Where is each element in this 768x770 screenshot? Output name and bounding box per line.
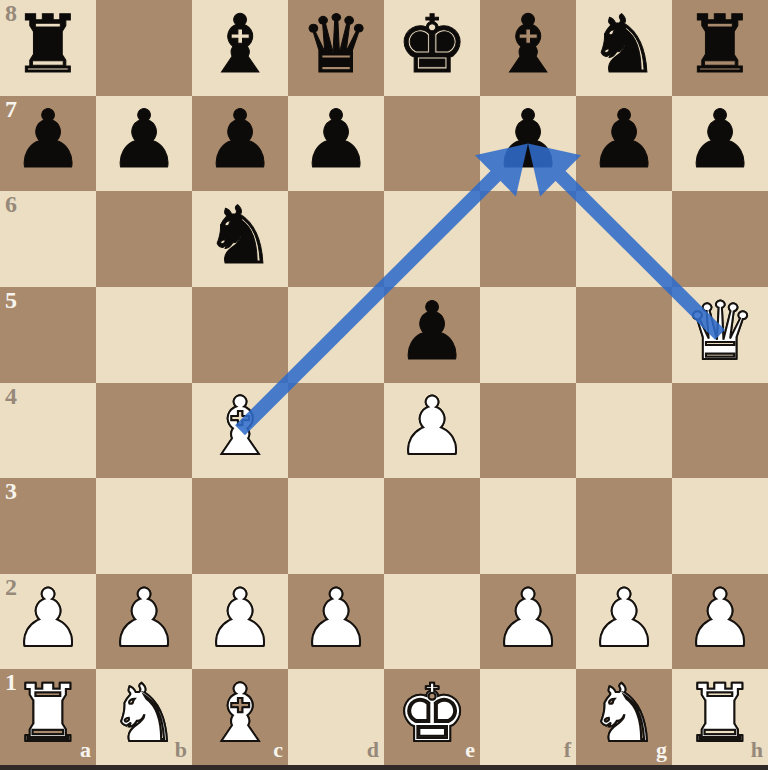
square-e3[interactable] [384,478,480,574]
black-knight[interactable]: ♞ [588,5,660,85]
square-f1[interactable]: f [480,669,576,765]
square-h6[interactable] [672,191,768,287]
black-pawn[interactable]: ♟ [492,100,564,180]
square-h1[interactable]: h♜ [672,669,768,765]
square-g1[interactable]: g♞ [576,669,672,765]
square-b1[interactable]: b♞ [96,669,192,765]
square-a5[interactable]: 5 [0,287,96,383]
white-rook[interactable]: ♜ [12,674,84,754]
square-f6[interactable] [480,191,576,287]
square-a2[interactable]: 2♟ [0,574,96,670]
square-b5[interactable] [96,287,192,383]
square-g2[interactable]: ♟ [576,574,672,670]
square-d3[interactable] [288,478,384,574]
square-c2[interactable]: ♟ [192,574,288,670]
black-king[interactable]: ♚ [396,5,468,85]
square-g8[interactable]: ♞ [576,0,672,96]
white-bishop[interactable]: ♝ [204,387,276,467]
square-e6[interactable] [384,191,480,287]
black-bishop[interactable]: ♝ [204,5,276,85]
black-pawn[interactable]: ♟ [108,100,180,180]
white-pawn[interactable]: ♟ [204,579,276,659]
rank-label-4: 4 [5,383,17,410]
black-pawn[interactable]: ♟ [588,100,660,180]
chess-screenshot: 8♜♝♛♚♝♞♜7♟♟♟♟♟♟♟6♞5♟♛4♝♟32♟♟♟♟♟♟♟1a♜b♞c♝… [0,0,768,770]
square-d7[interactable]: ♟ [288,96,384,192]
square-a1[interactable]: 1a♜ [0,669,96,765]
square-e7[interactable] [384,96,480,192]
black-rook[interactable]: ♜ [12,5,84,85]
square-d5[interactable] [288,287,384,383]
square-g6[interactable] [576,191,672,287]
square-f8[interactable]: ♝ [480,0,576,96]
square-g4[interactable] [576,383,672,479]
square-h2[interactable]: ♟ [672,574,768,670]
square-g7[interactable]: ♟ [576,96,672,192]
square-f3[interactable] [480,478,576,574]
white-pawn[interactable]: ♟ [492,579,564,659]
square-a6[interactable]: 6 [0,191,96,287]
square-a3[interactable]: 3 [0,478,96,574]
black-pawn[interactable]: ♟ [12,100,84,180]
black-queen[interactable]: ♛ [300,5,372,85]
square-g3[interactable] [576,478,672,574]
white-pawn[interactable]: ♟ [12,579,84,659]
file-label-f: f [564,737,571,763]
white-pawn[interactable]: ♟ [396,387,468,467]
square-d1[interactable]: d [288,669,384,765]
file-label-d: d [367,737,379,763]
square-c7[interactable]: ♟ [192,96,288,192]
white-pawn[interactable]: ♟ [684,579,756,659]
rank-label-6: 6 [5,191,17,218]
white-pawn[interactable]: ♟ [300,579,372,659]
white-knight[interactable]: ♞ [588,674,660,754]
square-c6[interactable]: ♞ [192,191,288,287]
chess-board: 8♜♝♛♚♝♞♜7♟♟♟♟♟♟♟6♞5♟♛4♝♟32♟♟♟♟♟♟♟1a♜b♞c♝… [0,0,768,765]
white-knight[interactable]: ♞ [108,674,180,754]
black-pawn[interactable]: ♟ [300,100,372,180]
rank-label-3: 3 [5,478,17,505]
square-b6[interactable] [96,191,192,287]
white-pawn[interactable]: ♟ [588,579,660,659]
white-bishop[interactable]: ♝ [204,674,276,754]
square-a7[interactable]: 7♟ [0,96,96,192]
square-b8[interactable] [96,0,192,96]
square-e4[interactable]: ♟ [384,383,480,479]
white-pawn[interactable]: ♟ [108,579,180,659]
black-pawn[interactable]: ♟ [396,292,468,372]
square-c5[interactable] [192,287,288,383]
white-rook[interactable]: ♜ [684,674,756,754]
square-c3[interactable] [192,478,288,574]
square-b4[interactable] [96,383,192,479]
square-c8[interactable]: ♝ [192,0,288,96]
square-f5[interactable] [480,287,576,383]
square-b2[interactable]: ♟ [96,574,192,670]
square-f4[interactable] [480,383,576,479]
square-h4[interactable] [672,383,768,479]
square-g5[interactable] [576,287,672,383]
square-h8[interactable]: ♜ [672,0,768,96]
square-f2[interactable]: ♟ [480,574,576,670]
square-d4[interactable] [288,383,384,479]
square-a4[interactable]: 4 [0,383,96,479]
square-e2[interactable] [384,574,480,670]
black-bishop[interactable]: ♝ [492,5,564,85]
square-d6[interactable] [288,191,384,287]
black-pawn[interactable]: ♟ [684,100,756,180]
square-c1[interactable]: c♝ [192,669,288,765]
square-b3[interactable] [96,478,192,574]
square-h3[interactable] [672,478,768,574]
white-queen[interactable]: ♛ [684,292,756,372]
square-h5[interactable]: ♛ [672,287,768,383]
bottom-border [0,765,768,770]
square-e5[interactable]: ♟ [384,287,480,383]
white-king[interactable]: ♚ [396,674,468,754]
black-pawn[interactable]: ♟ [204,100,276,180]
square-d8[interactable]: ♛ [288,0,384,96]
square-e8[interactable]: ♚ [384,0,480,96]
black-rook[interactable]: ♜ [684,5,756,85]
square-b7[interactable]: ♟ [96,96,192,192]
square-d2[interactable]: ♟ [288,574,384,670]
black-knight[interactable]: ♞ [204,196,276,276]
square-c4[interactable]: ♝ [192,383,288,479]
square-e1[interactable]: e♚ [384,669,480,765]
square-f7[interactable]: ♟ [480,96,576,192]
rank-label-5: 5 [5,287,17,314]
square-h7[interactable]: ♟ [672,96,768,192]
square-a8[interactable]: 8♜ [0,0,96,96]
